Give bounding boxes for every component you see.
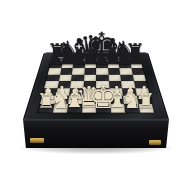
- square-d4: [83, 81, 96, 88]
- square-c5: [71, 74, 84, 81]
- square-e1: [96, 104, 111, 113]
- chess-board: [38, 57, 154, 113]
- square-d1: [81, 104, 96, 113]
- square-d2: [82, 96, 96, 104]
- case-clasp-right: [149, 140, 161, 145]
- square-e3: [96, 88, 109, 96]
- case-front: [23, 119, 169, 148]
- square-f4: [109, 81, 122, 88]
- square-b4: [57, 81, 71, 88]
- square-h1: [138, 104, 154, 113]
- square-b5: [59, 74, 72, 81]
- square-c4: [70, 81, 83, 88]
- square-f5: [108, 74, 121, 81]
- square-h5: [132, 74, 146, 81]
- square-c1: [67, 104, 82, 113]
- square-f3: [109, 88, 123, 96]
- square-e5: [96, 74, 109, 81]
- square-h4: [134, 81, 148, 88]
- board-frame: [24, 53, 168, 120]
- square-h2: [136, 96, 152, 104]
- square-b3: [56, 88, 70, 96]
- square-b2: [54, 96, 69, 104]
- square-e2: [96, 96, 110, 104]
- square-c2: [68, 96, 82, 104]
- square-f2: [109, 96, 123, 104]
- square-c3: [69, 88, 83, 96]
- square-h3: [135, 88, 150, 96]
- square-d5: [84, 74, 97, 81]
- case-clasp-left: [30, 138, 44, 143]
- square-b1: [52, 104, 68, 113]
- square-d3: [83, 88, 96, 96]
- square-e4: [96, 81, 109, 88]
- square-f1: [110, 104, 125, 113]
- chess-set-photo: ♜♞♝♛♚♝♞♜♟♟♟♟♟♟♟♟♟♟♟♟♟♟♟♟♜♞♝♛♚♝♞♜: [0, 0, 190, 190]
